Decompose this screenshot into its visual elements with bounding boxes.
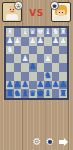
blue-pawn: ♟	[60, 81, 67, 89]
arrow-right-icon	[59, 138, 68, 146]
black-side-badge: ♚	[50, 1, 59, 10]
square-b5[interactable]	[14, 54, 22, 63]
square-b7[interactable]: ♟	[14, 37, 22, 46]
square-b8[interactable]	[14, 28, 22, 37]
square-d1[interactable]: ♛	[29, 89, 37, 98]
blue-pawn: ♟	[6, 81, 13, 89]
square-a1[interactable]: ♜	[6, 89, 14, 98]
blue-pawn: ♟	[14, 81, 21, 89]
square-d7[interactable]: ♟	[29, 37, 37, 46]
blue-pawn: ♟	[21, 81, 28, 89]
arrow-head	[64, 138, 68, 146]
blue-bishop: ♝	[44, 90, 51, 98]
light-knight: ♞	[52, 28, 59, 36]
square-e1[interactable]: ♚	[37, 89, 45, 98]
square-h6[interactable]	[59, 46, 67, 55]
toolbar: ⚙ ⚙	[0, 136, 73, 150]
square-b3[interactable]	[14, 72, 22, 81]
light-rook: ♜	[60, 28, 67, 36]
light-pawn: ♟	[60, 37, 67, 45]
white-side-badge: ♔	[14, 1, 23, 10]
light-queen: ♛	[29, 28, 36, 36]
light-pawn: ♟	[52, 37, 59, 45]
white-king-icon: ♔	[16, 3, 21, 9]
square-d3[interactable]	[29, 72, 37, 81]
square-c6[interactable]	[21, 46, 29, 55]
square-b6[interactable]	[14, 46, 22, 55]
square-g8[interactable]: ♞	[52, 28, 60, 37]
square-a8[interactable]: ♜	[6, 28, 14, 37]
square-g6[interactable]	[52, 46, 60, 55]
square-c8[interactable]: ♝	[21, 28, 29, 37]
square-a7[interactable]: ♟	[6, 37, 14, 46]
square-g3[interactable]	[52, 72, 60, 81]
light-pawn: ♟	[44, 55, 51, 63]
square-e2[interactable]: ♟	[37, 81, 45, 90]
blue-pawn: ♟	[44, 81, 51, 89]
light-rook: ♜	[6, 28, 13, 36]
square-a3[interactable]	[6, 72, 14, 81]
square-c4[interactable]	[21, 63, 29, 72]
square-e4[interactable]	[37, 63, 45, 72]
square-f3[interactable]: ♞	[44, 72, 52, 81]
blue-knight: ♞	[14, 90, 21, 98]
blue-pawn: ♟	[37, 81, 44, 89]
app-screen: ♔ VS ♚ ♜♝♛♚♝♞♜♟♟♟♟♟♟♞♟♟♟♞♟♟♟♟♟♟♟♜♞♝♛♚♝♜ …	[0, 0, 73, 150]
right-avatar-shirt	[54, 16, 68, 20]
light-knight: ♞	[6, 46, 13, 54]
square-c1[interactable]: ♝	[21, 89, 29, 98]
light-bishop: ♝	[21, 28, 28, 36]
blue-knight: ♞	[44, 72, 51, 80]
square-g1[interactable]	[52, 89, 60, 98]
refresh-button[interactable]: ⚙	[44, 136, 56, 148]
blue-queen: ♛	[29, 90, 36, 98]
light-pawn: ♟	[37, 37, 44, 45]
square-h7[interactable]: ♟	[59, 37, 67, 46]
chess-board[interactable]: ♜♝♛♚♝♞♜♟♟♟♟♟♟♞♟♟♟♞♟♟♟♟♟♟♟♜♞♝♛♚♝♜	[4, 26, 69, 100]
square-a2[interactable]: ♟	[6, 81, 14, 90]
player-card-right[interactable]: ♚	[51, 2, 71, 22]
light-pawn: ♟	[21, 55, 28, 63]
square-c2[interactable]: ♟	[21, 81, 29, 90]
square-g7[interactable]: ♟	[52, 37, 60, 46]
next-button[interactable]	[57, 136, 69, 148]
square-e3[interactable]	[37, 72, 45, 81]
square-c7[interactable]	[21, 37, 29, 46]
square-d8[interactable]: ♛	[29, 28, 37, 37]
blue-pawn: ♟	[29, 63, 36, 71]
square-b4[interactable]	[14, 63, 22, 72]
blue-bishop: ♝	[21, 90, 28, 98]
square-f6[interactable]	[44, 46, 52, 55]
blue-king: ♚	[37, 90, 44, 98]
light-bishop: ♝	[44, 28, 51, 36]
square-d6[interactable]	[29, 46, 37, 55]
blue-rook: ♜	[60, 90, 67, 98]
square-c3[interactable]	[21, 72, 29, 81]
black-king-icon: ♚	[52, 3, 57, 9]
square-d5[interactable]	[29, 54, 37, 63]
square-f8[interactable]: ♝	[44, 28, 52, 37]
square-h2[interactable]: ♟	[59, 81, 67, 90]
square-g5[interactable]	[52, 54, 60, 63]
blue-pawn: ♟	[52, 81, 59, 89]
square-f1[interactable]: ♝	[44, 89, 52, 98]
square-g4[interactable]	[52, 63, 60, 72]
square-h3[interactable]	[59, 72, 67, 81]
square-f4[interactable]	[44, 63, 52, 72]
square-a5[interactable]	[6, 54, 14, 63]
light-pawn: ♟	[29, 37, 36, 45]
square-h8[interactable]: ♜	[59, 28, 67, 37]
light-king: ♚	[37, 28, 44, 36]
square-f7[interactable]	[44, 37, 52, 46]
square-d4[interactable]: ♟	[29, 63, 37, 72]
refresh-icon-center	[48, 140, 52, 144]
square-h5[interactable]	[59, 54, 67, 63]
square-h1[interactable]: ♜	[59, 89, 67, 98]
square-f2[interactable]: ♟	[44, 81, 52, 90]
square-f5[interactable]: ♟	[44, 54, 52, 63]
light-pawn: ♟	[14, 37, 21, 45]
light-pawn: ♟	[6, 37, 13, 45]
right-avatar-eye	[62, 12, 63, 13]
settings-button[interactable]: ⚙	[31, 136, 43, 148]
blue-rook: ♜	[6, 90, 13, 98]
square-e8[interactable]: ♚	[37, 28, 45, 37]
square-g2[interactable]: ♟	[52, 81, 60, 90]
square-e7[interactable]: ♟	[37, 37, 45, 46]
square-b1[interactable]: ♞	[14, 89, 22, 98]
square-a6[interactable]: ♞	[6, 46, 14, 55]
square-e5[interactable]	[37, 54, 45, 63]
square-a4[interactable]	[6, 63, 14, 72]
refresh-icon: ⚙	[44, 136, 56, 148]
square-d2[interactable]	[29, 81, 37, 90]
square-c5[interactable]: ♟	[21, 54, 29, 63]
square-e6[interactable]	[37, 46, 45, 55]
square-h4[interactable]	[59, 63, 67, 72]
gear-icon: ⚙	[33, 137, 42, 147]
square-b2[interactable]: ♟	[14, 81, 22, 90]
right-avatar-eye	[59, 12, 60, 13]
